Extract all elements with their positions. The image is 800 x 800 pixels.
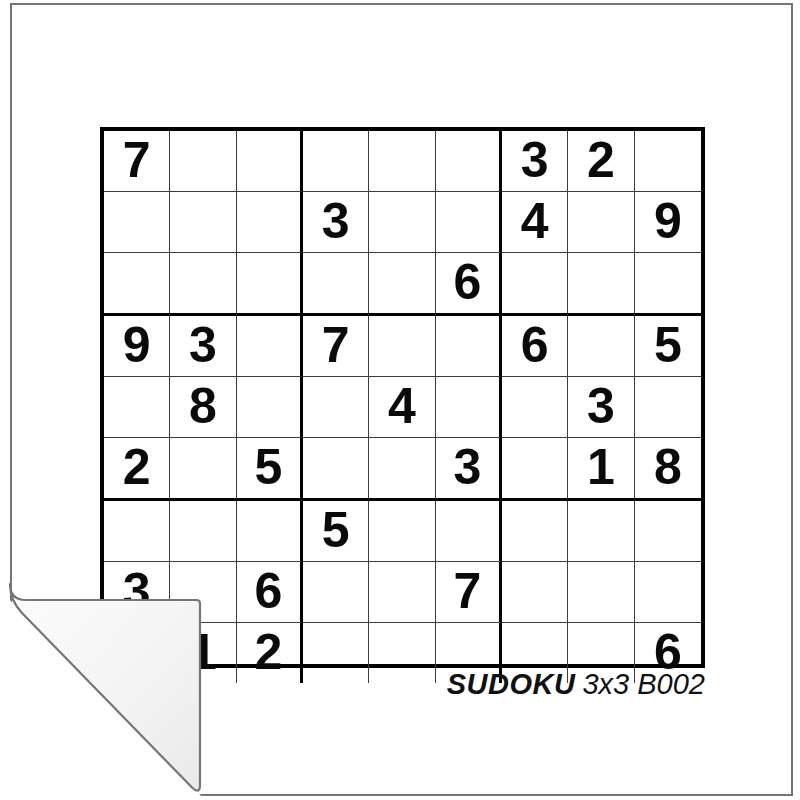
cell-r8c2[interactable] — [170, 562, 236, 623]
cell-r6c9[interactable]: 8 — [635, 438, 701, 501]
cell-r6c3[interactable]: 5 — [237, 438, 303, 501]
cell-r2c6[interactable] — [436, 192, 502, 253]
cell-r1c4[interactable] — [303, 131, 369, 192]
cell-r1c9[interactable] — [635, 131, 701, 192]
cell-r6c6[interactable]: 3 — [436, 438, 502, 501]
cell-r1c2[interactable] — [170, 131, 236, 192]
cell-r3c4[interactable] — [303, 253, 369, 316]
cell-r4c7[interactable]: 6 — [502, 316, 568, 377]
cell-r8c4[interactable] — [303, 562, 369, 623]
cell-r9c1[interactable] — [104, 623, 170, 683]
cell-r2c7[interactable]: 4 — [502, 192, 568, 253]
cell-r3c2[interactable] — [170, 253, 236, 316]
cell-r5c2[interactable]: 8 — [170, 377, 236, 438]
cell-r4c8[interactable] — [568, 316, 634, 377]
cell-r5c7[interactable] — [502, 377, 568, 438]
cell-r6c1[interactable]: 2 — [104, 438, 170, 501]
cell-r1c3[interactable] — [237, 131, 303, 192]
cell-r9c2[interactable]: 1 — [170, 623, 236, 683]
cell-r7c7[interactable] — [502, 501, 568, 562]
cell-r1c1[interactable]: 7 — [104, 131, 170, 192]
cell-r1c8[interactable]: 2 — [568, 131, 634, 192]
cell-r3c1[interactable] — [104, 253, 170, 316]
cell-r3c9[interactable] — [635, 253, 701, 316]
puzzle-caption: SUDOKU3x3 B002 — [447, 669, 705, 700]
cell-r1c5[interactable] — [369, 131, 435, 192]
cell-r8c7[interactable] — [502, 562, 568, 623]
cell-r8c5[interactable] — [369, 562, 435, 623]
cell-r4c6[interactable] — [436, 316, 502, 377]
sudoku-grid: 732349693765843253185367126 — [100, 127, 705, 668]
cell-r2c2[interactable] — [170, 192, 236, 253]
cell-r2c3[interactable] — [237, 192, 303, 253]
cell-r6c2[interactable] — [170, 438, 236, 501]
cell-r9c5[interactable] — [369, 623, 435, 683]
cell-r7c3[interactable] — [237, 501, 303, 562]
cell-r4c2[interactable]: 3 — [170, 316, 236, 377]
cell-r2c1[interactable] — [104, 192, 170, 253]
cell-r5c5[interactable]: 4 — [369, 377, 435, 438]
cell-r8c3[interactable]: 6 — [237, 562, 303, 623]
cell-r6c8[interactable]: 1 — [568, 438, 634, 501]
cell-r7c8[interactable] — [568, 501, 634, 562]
cell-r6c5[interactable] — [369, 438, 435, 501]
cell-r7c5[interactable] — [369, 501, 435, 562]
cell-r7c6[interactable] — [436, 501, 502, 562]
cell-r8c1[interactable]: 3 — [104, 562, 170, 623]
cell-r5c8[interactable]: 3 — [568, 377, 634, 438]
cell-r7c1[interactable] — [104, 501, 170, 562]
cell-r3c3[interactable] — [237, 253, 303, 316]
cell-r4c4[interactable]: 7 — [303, 316, 369, 377]
cell-r5c4[interactable] — [303, 377, 369, 438]
cell-r3c5[interactable] — [369, 253, 435, 316]
cell-r7c9[interactable] — [635, 501, 701, 562]
cell-r1c6[interactable] — [436, 131, 502, 192]
cell-r3c6[interactable]: 6 — [436, 253, 502, 316]
cell-r8c8[interactable] — [568, 562, 634, 623]
cell-r7c4[interactable]: 5 — [303, 501, 369, 562]
cell-r4c5[interactable] — [369, 316, 435, 377]
cell-r4c1[interactable]: 9 — [104, 316, 170, 377]
cell-r5c3[interactable] — [237, 377, 303, 438]
cell-r5c6[interactable] — [436, 377, 502, 438]
puzzle-page-canvas: 732349693765843253185367126 SUDOKU3x3 B0… — [0, 0, 800, 800]
caption-subtitle: 3x3 B002 — [582, 668, 705, 700]
cell-r5c1[interactable] — [104, 377, 170, 438]
cell-r8c9[interactable] — [635, 562, 701, 623]
cell-r2c5[interactable] — [369, 192, 435, 253]
cell-r5c9[interactable] — [635, 377, 701, 438]
cell-r6c7[interactable] — [502, 438, 568, 501]
cell-r9c4[interactable] — [303, 623, 369, 683]
cell-r6c4[interactable] — [303, 438, 369, 501]
cell-r2c9[interactable]: 9 — [635, 192, 701, 253]
cell-r4c3[interactable] — [237, 316, 303, 377]
caption-title: SUDOKU — [447, 668, 576, 700]
cell-r2c4[interactable]: 3 — [303, 192, 369, 253]
cell-r2c8[interactable] — [568, 192, 634, 253]
cell-r3c8[interactable] — [568, 253, 634, 316]
cell-r8c6[interactable]: 7 — [436, 562, 502, 623]
cell-r4c9[interactable]: 5 — [635, 316, 701, 377]
cell-r7c2[interactable] — [170, 501, 236, 562]
cell-r3c7[interactable] — [502, 253, 568, 316]
cell-r1c7[interactable]: 3 — [502, 131, 568, 192]
cell-r9c3[interactable]: 2 — [237, 623, 303, 683]
